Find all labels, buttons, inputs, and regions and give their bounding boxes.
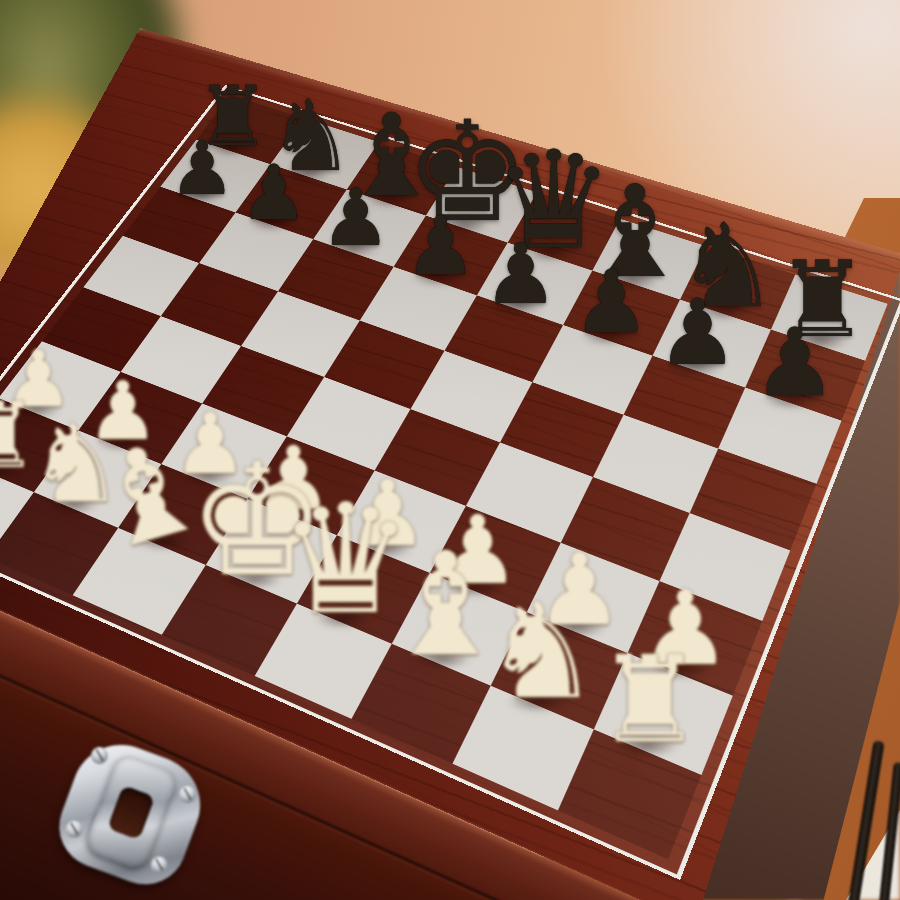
piece-black-pawn-e7[interactable]: ♟	[483, 232, 558, 316]
piece-black-pawn-d7[interactable]: ♟	[404, 205, 477, 286]
latch	[39, 720, 222, 900]
piece-black-pawn-f7[interactable]: ♟	[572, 259, 650, 346]
piece-white-knight-g2[interactable]: ♞	[482, 585, 600, 717]
piece-black-pawn-c7[interactable]: ♟	[320, 179, 391, 258]
piece-black-pawn-b7[interactable]: ♟	[240, 155, 308, 231]
piece-black-pawn-h7[interactable]: ♟	[753, 316, 837, 410]
piece-white-rook-h2[interactable]: ♜	[596, 640, 704, 760]
latch-keeper	[107, 785, 155, 840]
piece-black-pawn-g7[interactable]: ♟	[657, 287, 739, 378]
piece-black-pawn-a7[interactable]: ♟	[169, 130, 235, 204]
